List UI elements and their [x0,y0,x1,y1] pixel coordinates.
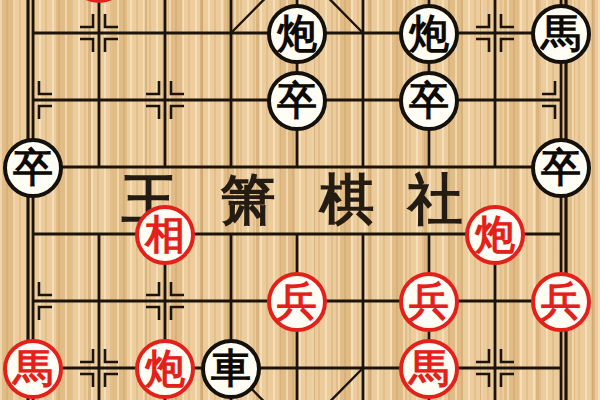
pieces-grid: 炮炮馬卒卒卒卒相炮兵兵兵馬炮車馬 [0,0,594,400]
piece-black-horse[interactable]: 馬 [531,4,591,64]
piece-red-horse[interactable]: 馬 [399,339,459,399]
piece-red-horse[interactable]: 馬 [3,339,63,399]
piece-red-unknown[interactable] [69,0,129,3]
xiangqi-board[interactable]: 王 箫 棋 社 炮炮馬卒卒卒卒相炮兵兵兵馬炮車馬 [0,0,600,400]
piece-red-soldier[interactable]: 兵 [267,272,327,332]
piece-red-soldier[interactable]: 兵 [531,272,591,332]
piece-red-elephant[interactable]: 相 [135,205,195,265]
piece-red-cannon[interactable]: 炮 [135,339,195,399]
piece-black-cannon[interactable]: 炮 [267,4,327,64]
piece-black-soldier[interactable]: 卒 [399,71,459,131]
piece-black-soldier[interactable]: 卒 [3,138,63,198]
piece-red-cannon[interactable]: 炮 [465,205,525,265]
piece-black-cannon[interactable]: 炮 [399,4,459,64]
piece-red-soldier[interactable]: 兵 [399,272,459,332]
piece-black-soldier[interactable]: 卒 [267,71,327,131]
piece-black-chariot[interactable]: 車 [201,339,261,399]
piece-black-soldier[interactable]: 卒 [531,138,591,198]
